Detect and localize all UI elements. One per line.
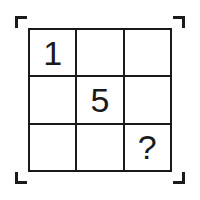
cell-r3c3[interactable]: ? — [125, 125, 170, 170]
cell-r2c1[interactable] — [30, 77, 75, 122]
corner-bracket-top-right-icon — [173, 16, 185, 28]
corner-bracket-top-left-icon — [15, 16, 27, 28]
cell-r2c2[interactable]: 5 — [77, 77, 122, 122]
cell-r1c2[interactable] — [77, 30, 122, 75]
cell-r1c1[interactable]: 1 — [30, 30, 75, 75]
cell-r3c2[interactable] — [77, 125, 122, 170]
puzzle-diagram: 1 5 ? — [0, 0, 200, 200]
puzzle-grid: 1 5 ? — [28, 28, 172, 172]
cell-r2c3[interactable] — [125, 77, 170, 122]
corner-bracket-bottom-left-icon — [15, 172, 27, 184]
cell-r3c1[interactable] — [30, 125, 75, 170]
cell-r1c3[interactable] — [125, 30, 170, 75]
corner-bracket-bottom-right-icon — [173, 172, 185, 184]
